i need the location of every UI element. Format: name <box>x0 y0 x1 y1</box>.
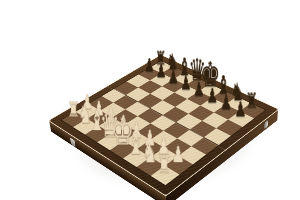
square-h3 <box>178 146 206 164</box>
square-h5 <box>204 128 231 145</box>
square-e3 <box>137 123 163 139</box>
square-c2 <box>99 117 125 133</box>
square-h7 <box>228 111 254 127</box>
square-e2 <box>124 132 151 149</box>
square-h6 <box>216 120 242 136</box>
square-b1 <box>73 119 99 135</box>
square-d2 <box>111 125 137 141</box>
square-f4 <box>164 122 190 138</box>
square-f5 <box>176 114 202 130</box>
square-g3 <box>164 138 191 155</box>
square-h2 <box>165 156 193 175</box>
hinge <box>264 120 268 129</box>
square-d3 <box>125 116 151 132</box>
square-e4 <box>150 115 176 131</box>
square-f2 <box>137 140 164 157</box>
square-g4 <box>177 130 204 147</box>
square-g5 <box>190 121 216 137</box>
square-f1 <box>123 149 151 167</box>
square-c1 <box>85 126 111 142</box>
product-photo-scene: ♜♞♝♛♚♝♞♜♟♟♟♟♟♟♟♟♟♟♟♟♟♟♟♟♜♞♝♛♚♝♞♜ <box>0 0 300 200</box>
square-g2 <box>151 148 179 166</box>
square-g1 <box>137 157 165 176</box>
square-d1 <box>97 133 124 150</box>
square-g6 <box>202 113 228 129</box>
square-e1 <box>110 141 137 158</box>
square-f3 <box>150 131 177 148</box>
square-h4 <box>191 137 218 154</box>
square-h1 <box>151 166 180 185</box>
